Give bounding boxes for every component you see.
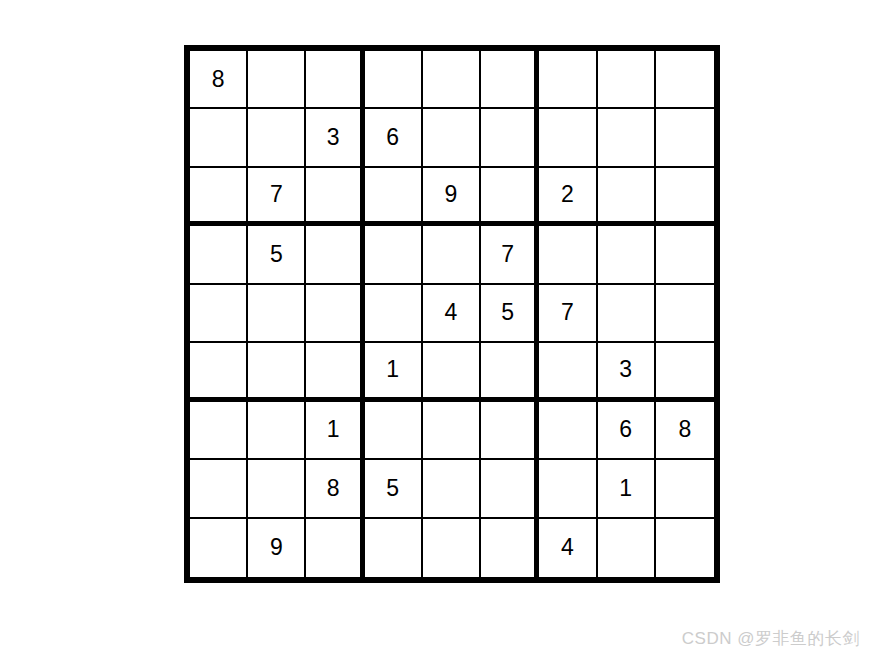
cell-r1c9 [656, 51, 714, 109]
cell-r1c3 [306, 51, 364, 109]
cell-r7c9: 8 [656, 402, 714, 460]
cell-r1c8 [598, 51, 656, 109]
cell-r5c6: 5 [481, 285, 539, 343]
cell-r1c5 [423, 51, 481, 109]
cell-r3c7: 2 [539, 168, 597, 226]
sudoku-board: 836792574571316885194 [184, 45, 720, 583]
cell-r5c8 [598, 285, 656, 343]
cell-r8c3: 8 [306, 460, 364, 518]
cell-r6c8: 3 [598, 343, 656, 401]
cell-r9c9 [656, 519, 714, 577]
cell-r3c2: 7 [248, 168, 306, 226]
cell-r8c9 [656, 460, 714, 518]
cell-r2c3: 3 [306, 109, 364, 167]
cell-r4c7 [539, 226, 597, 284]
cell-r5c9 [656, 285, 714, 343]
cell-r7c8: 6 [598, 402, 656, 460]
cell-r7c5 [423, 402, 481, 460]
cell-r7c2 [248, 402, 306, 460]
cell-r1c1: 8 [190, 51, 248, 109]
cell-r5c3 [306, 285, 364, 343]
cell-r4c8 [598, 226, 656, 284]
cell-r6c2 [248, 343, 306, 401]
cell-r6c3 [306, 343, 364, 401]
cell-r8c2 [248, 460, 306, 518]
cell-r9c4 [365, 519, 423, 577]
cell-r2c1 [190, 109, 248, 167]
cell-r2c2 [248, 109, 306, 167]
cell-r8c6 [481, 460, 539, 518]
cell-r4c9 [656, 226, 714, 284]
cell-r4c2: 5 [248, 226, 306, 284]
cell-r9c6 [481, 519, 539, 577]
cell-r5c4 [365, 285, 423, 343]
cell-r9c1 [190, 519, 248, 577]
cell-r2c7 [539, 109, 597, 167]
cell-r2c9 [656, 109, 714, 167]
cell-r2c4: 6 [365, 109, 423, 167]
cell-r9c5 [423, 519, 481, 577]
cell-r7c1 [190, 402, 248, 460]
cell-r8c8: 1 [598, 460, 656, 518]
cell-r1c6 [481, 51, 539, 109]
cell-r9c8 [598, 519, 656, 577]
cell-r2c8 [598, 109, 656, 167]
cell-r5c7: 7 [539, 285, 597, 343]
cell-r7c4 [365, 402, 423, 460]
cell-r1c2 [248, 51, 306, 109]
cell-r6c4: 1 [365, 343, 423, 401]
cell-r8c5 [423, 460, 481, 518]
cell-r4c1 [190, 226, 248, 284]
cell-r1c4 [365, 51, 423, 109]
cell-r1c7 [539, 51, 597, 109]
cell-r7c3: 1 [306, 402, 364, 460]
cell-r7c7 [539, 402, 597, 460]
cell-r8c4: 5 [365, 460, 423, 518]
cell-r6c5 [423, 343, 481, 401]
watermark-text: CSDN @罗非鱼的长剑 [682, 627, 860, 650]
cell-r4c5 [423, 226, 481, 284]
cell-r6c9 [656, 343, 714, 401]
cell-r6c1 [190, 343, 248, 401]
cell-r3c5: 9 [423, 168, 481, 226]
page: 836792574571316885194 CSDN @罗非鱼的长剑 [0, 0, 875, 656]
cell-r4c4 [365, 226, 423, 284]
cell-r3c9 [656, 168, 714, 226]
cell-r2c5 [423, 109, 481, 167]
cell-r9c2: 9 [248, 519, 306, 577]
cell-r3c4 [365, 168, 423, 226]
cell-r3c3 [306, 168, 364, 226]
cell-r4c3 [306, 226, 364, 284]
cell-r8c1 [190, 460, 248, 518]
cell-r5c5: 4 [423, 285, 481, 343]
cell-r4c6: 7 [481, 226, 539, 284]
cell-r5c1 [190, 285, 248, 343]
cell-r7c6 [481, 402, 539, 460]
cell-r3c8 [598, 168, 656, 226]
cell-r6c7 [539, 343, 597, 401]
cell-r2c6 [481, 109, 539, 167]
cell-r8c7 [539, 460, 597, 518]
cell-r9c3 [306, 519, 364, 577]
cell-r3c1 [190, 168, 248, 226]
cell-r9c7: 4 [539, 519, 597, 577]
cell-r5c2 [248, 285, 306, 343]
cell-r3c6 [481, 168, 539, 226]
cell-r6c6 [481, 343, 539, 401]
